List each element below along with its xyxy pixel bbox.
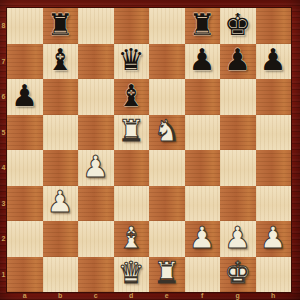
square-g3[interactable] (220, 186, 256, 222)
square-g5[interactable] (220, 115, 256, 151)
square-c4[interactable]: ♟ (78, 150, 114, 186)
square-f3[interactable] (185, 186, 221, 222)
piece-white-queen[interactable]: ♛ (118, 258, 145, 288)
square-e5[interactable]: ♞ (149, 115, 185, 151)
square-f7[interactable]: ♟ (185, 44, 221, 80)
rank-label-2: 2 (0, 221, 7, 257)
square-b1[interactable] (43, 257, 79, 293)
square-b3[interactable]: ♟ (43, 186, 79, 222)
square-d5[interactable]: ♜ (114, 115, 150, 151)
square-a4[interactable] (7, 150, 43, 186)
square-g6[interactable] (220, 79, 256, 115)
square-d4[interactable] (114, 150, 150, 186)
piece-black-bishop[interactable]: ♝ (47, 45, 74, 75)
chess-diagram: 87654321 abcdefgh ♜♜♚♝♛♟♟♟♟♝♜♞♟♟♝♟♟♟♛♜♚ (0, 0, 300, 300)
square-e7[interactable] (149, 44, 185, 80)
square-h1[interactable] (256, 257, 292, 293)
square-b5[interactable] (43, 115, 79, 151)
square-h5[interactable] (256, 115, 292, 151)
file-label-b: b (43, 291, 79, 300)
rank-label-7: 7 (0, 44, 7, 80)
square-h3[interactable] (256, 186, 292, 222)
piece-white-pawn[interactable]: ♟ (260, 223, 287, 253)
piece-black-bishop[interactable]: ♝ (118, 81, 145, 111)
square-b2[interactable] (43, 221, 79, 257)
square-a5[interactable] (7, 115, 43, 151)
square-h8[interactable] (256, 8, 292, 44)
piece-black-king[interactable]: ♚ (224, 10, 251, 40)
file-label-c: c (78, 291, 114, 300)
square-d6[interactable]: ♝ (114, 79, 150, 115)
square-g2[interactable]: ♟ (220, 221, 256, 257)
rank-labels: 87654321 (0, 8, 7, 292)
rank-label-6: 6 (0, 79, 7, 115)
square-d2[interactable]: ♝ (114, 221, 150, 257)
square-f6[interactable] (185, 79, 221, 115)
piece-white-bishop[interactable]: ♝ (118, 223, 145, 253)
square-c8[interactable] (78, 8, 114, 44)
file-label-g: g (220, 291, 256, 300)
piece-black-queen[interactable]: ♛ (118, 45, 145, 75)
square-g8[interactable]: ♚ (220, 8, 256, 44)
piece-white-king[interactable]: ♚ (224, 258, 251, 288)
square-f1[interactable] (185, 257, 221, 293)
piece-black-pawn[interactable]: ♟ (224, 45, 251, 75)
square-h4[interactable] (256, 150, 292, 186)
square-g1[interactable]: ♚ (220, 257, 256, 293)
square-d8[interactable] (114, 8, 150, 44)
square-b6[interactable] (43, 79, 79, 115)
square-f8[interactable]: ♜ (185, 8, 221, 44)
square-e1[interactable]: ♜ (149, 257, 185, 293)
square-e2[interactable] (149, 221, 185, 257)
square-a2[interactable] (7, 221, 43, 257)
piece-black-pawn[interactable]: ♟ (11, 81, 38, 111)
square-h7[interactable]: ♟ (256, 44, 292, 80)
piece-white-pawn[interactable]: ♟ (189, 223, 216, 253)
file-label-d: d (114, 291, 150, 300)
square-b8[interactable]: ♜ (43, 8, 79, 44)
piece-black-pawn[interactable]: ♟ (260, 45, 287, 75)
square-d7[interactable]: ♛ (114, 44, 150, 80)
square-a6[interactable]: ♟ (7, 79, 43, 115)
square-e4[interactable] (149, 150, 185, 186)
rank-label-5: 5 (0, 115, 7, 151)
square-a3[interactable] (7, 186, 43, 222)
piece-white-pawn[interactable]: ♟ (82, 152, 109, 182)
square-g7[interactable]: ♟ (220, 44, 256, 80)
square-a7[interactable] (7, 44, 43, 80)
piece-white-rook[interactable]: ♜ (118, 116, 145, 146)
square-d1[interactable]: ♛ (114, 257, 150, 293)
square-f2[interactable]: ♟ (185, 221, 221, 257)
rank-label-1: 1 (0, 257, 7, 293)
piece-white-pawn[interactable]: ♟ (224, 223, 251, 253)
piece-black-pawn[interactable]: ♟ (189, 45, 216, 75)
square-a8[interactable] (7, 8, 43, 44)
file-label-f: f (185, 291, 221, 300)
square-h6[interactable] (256, 79, 292, 115)
piece-black-rook[interactable]: ♜ (47, 10, 74, 40)
square-a1[interactable] (7, 257, 43, 293)
square-c1[interactable] (78, 257, 114, 293)
square-e3[interactable] (149, 186, 185, 222)
chess-board: ♜♜♚♝♛♟♟♟♟♝♜♞♟♟♝♟♟♟♛♜♚ (7, 8, 291, 292)
square-b7[interactable]: ♝ (43, 44, 79, 80)
piece-white-pawn[interactable]: ♟ (47, 187, 74, 217)
square-h2[interactable]: ♟ (256, 221, 292, 257)
file-label-e: e (149, 291, 185, 300)
square-c5[interactable] (78, 115, 114, 151)
square-g4[interactable] (220, 150, 256, 186)
piece-white-knight[interactable]: ♞ (153, 116, 180, 146)
square-b4[interactable] (43, 150, 79, 186)
rank-label-8: 8 (0, 8, 7, 44)
file-label-a: a (7, 291, 43, 300)
square-d3[interactable] (114, 186, 150, 222)
square-e6[interactable] (149, 79, 185, 115)
file-labels: abcdefgh (7, 291, 291, 300)
square-e8[interactable] (149, 8, 185, 44)
square-c3[interactable] (78, 186, 114, 222)
piece-black-rook[interactable]: ♜ (189, 10, 216, 40)
square-c2[interactable] (78, 221, 114, 257)
square-f4[interactable] (185, 150, 221, 186)
square-f5[interactable] (185, 115, 221, 151)
square-c6[interactable] (78, 79, 114, 115)
rank-label-4: 4 (0, 150, 7, 186)
file-label-h: h (256, 291, 292, 300)
rank-label-3: 3 (0, 186, 7, 222)
square-c7[interactable] (78, 44, 114, 80)
piece-white-rook[interactable]: ♜ (153, 258, 180, 288)
